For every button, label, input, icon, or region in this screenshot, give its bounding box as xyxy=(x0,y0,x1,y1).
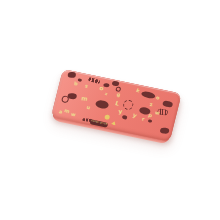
crab-figure xyxy=(159,127,169,134)
product-photo: bsogkozLmxyyrpwuamw fisher-price xyxy=(0,0,220,220)
letter-p: p xyxy=(148,113,153,119)
letter-r: r xyxy=(142,117,145,122)
letter-y: y xyxy=(118,108,122,114)
letter-z: z xyxy=(149,102,152,107)
bear-head-figure xyxy=(68,72,77,78)
letter-s: s xyxy=(84,83,89,89)
placemat: bsogkozLmxyyrpwuamw fisher-price xyxy=(51,69,182,142)
hippo-figure xyxy=(162,100,173,108)
beetle-figure xyxy=(148,119,153,123)
letter-w: w xyxy=(155,110,160,115)
elephant-figure xyxy=(94,99,109,110)
ladybug-figure xyxy=(78,78,83,82)
triangle-figure xyxy=(110,120,116,125)
letter-m: m xyxy=(81,95,88,102)
letter-u: u xyxy=(86,105,91,111)
letter-o: o xyxy=(156,95,161,101)
letter-g: g xyxy=(116,92,120,97)
whale-figure xyxy=(141,90,156,99)
letter-w: w xyxy=(71,112,76,117)
letter-k: k xyxy=(135,88,140,94)
letter-b: b xyxy=(74,81,78,86)
letter-a: a xyxy=(59,109,63,114)
letter-L: L xyxy=(114,100,120,107)
letter-x: x xyxy=(104,92,108,97)
caterpillar-figure xyxy=(88,77,101,84)
butterfly-figure xyxy=(121,114,127,119)
lion-figure xyxy=(122,99,134,111)
letter-o: o xyxy=(99,85,104,92)
letter-m: m xyxy=(64,108,71,114)
chick-figure xyxy=(104,114,110,120)
letter-y: y xyxy=(132,112,138,119)
